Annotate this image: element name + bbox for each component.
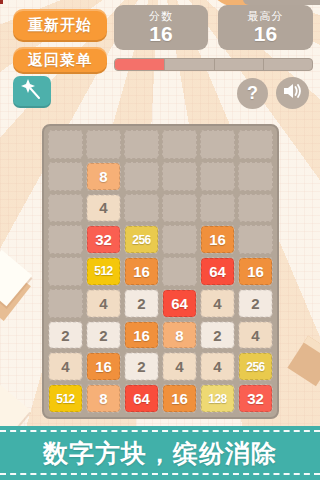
cell: 4 [162, 352, 197, 381]
cell: 8 [86, 162, 121, 191]
cell [124, 194, 159, 223]
speaker-icon [283, 82, 303, 105]
progress-bar [114, 58, 313, 71]
cell: 2 [124, 352, 159, 381]
tile-16: 16 [201, 226, 234, 253]
tile-16: 16 [125, 258, 158, 285]
cell: 512 [48, 384, 83, 413]
tile-4: 4 [201, 353, 234, 380]
restart-button[interactable]: 重新开始 [13, 9, 107, 42]
cell: 4 [86, 289, 121, 318]
tile-512: 512 [87, 258, 120, 285]
tile-4: 4 [49, 353, 82, 380]
cell: 2 [200, 321, 235, 350]
slogan-text: 数字方块，缤纷消除 [43, 437, 277, 470]
tile-64: 64 [201, 258, 234, 285]
tile-16: 16 [125, 322, 158, 349]
cell: 32 [86, 225, 121, 254]
cell: 8 [162, 321, 197, 350]
best-score-label: 最高分 [248, 10, 284, 22]
tile-2: 2 [125, 353, 158, 380]
help-button[interactable]: ? [237, 78, 268, 109]
tile-64: 64 [163, 290, 196, 317]
cell [48, 130, 83, 159]
score-label: 分数 [149, 10, 173, 22]
tile-2: 2 [201, 322, 234, 349]
tile-16: 16 [87, 353, 120, 380]
magic-wand-icon [20, 79, 44, 105]
tile-4: 4 [163, 353, 196, 380]
tile-128: 128 [201, 385, 234, 412]
cell: 64 [124, 384, 159, 413]
tile-64: 64 [125, 385, 158, 412]
score-panel: 分数 16 [114, 5, 208, 50]
tile-32: 32 [87, 226, 120, 253]
tile-4: 4 [201, 290, 234, 317]
tile-2: 2 [49, 322, 82, 349]
cell: 2 [124, 289, 159, 318]
cell [124, 130, 159, 159]
cell [162, 194, 197, 223]
cell: 2 [48, 321, 83, 350]
cell: 256 [124, 225, 159, 254]
cell [86, 130, 121, 159]
tile-2: 2 [87, 322, 120, 349]
progress-divider [263, 59, 264, 70]
cell: 16 [162, 384, 197, 413]
footer-banner: 数字方块，缤纷消除 [0, 426, 320, 480]
tile-256: 256 [125, 226, 158, 253]
cell [238, 130, 273, 159]
cell [238, 194, 273, 223]
sound-button[interactable] [276, 77, 309, 109]
cell [238, 225, 273, 254]
cell: 64 [162, 289, 197, 318]
tile-4: 4 [87, 290, 120, 317]
cell: 256 [238, 352, 273, 381]
tile-256: 256 [239, 353, 272, 380]
cell: 512 [86, 257, 121, 286]
tile-4: 4 [87, 195, 120, 222]
dashed-line [0, 430, 320, 432]
tile-8: 8 [87, 163, 120, 190]
cell [238, 162, 273, 191]
cell: 4 [200, 352, 235, 381]
question-mark-icon: ? [247, 83, 258, 104]
tile-32: 32 [239, 385, 272, 412]
best-score-value: 16 [254, 22, 277, 45]
progress-divider [164, 59, 165, 70]
cell: 16 [86, 352, 121, 381]
game-screen: 重新开始 返回菜单 分数 16 最高分 16 ? [0, 0, 320, 480]
cell [200, 162, 235, 191]
dashed-line [0, 473, 320, 475]
cell: 16 [124, 321, 159, 350]
cell: 2 [86, 321, 121, 350]
tile-8: 8 [163, 322, 196, 349]
cell [162, 225, 197, 254]
cell [162, 257, 197, 286]
cell: 64 [200, 257, 235, 286]
tile-512: 512 [49, 385, 82, 412]
tile-2: 2 [239, 290, 272, 317]
cell: 4 [86, 194, 121, 223]
cell: 2 [238, 289, 273, 318]
cell [200, 130, 235, 159]
cell: 16 [200, 225, 235, 254]
cell: 16 [124, 257, 159, 286]
cell [48, 162, 83, 191]
progress-divider [214, 59, 215, 70]
cell: 16 [238, 257, 273, 286]
tile-16: 16 [239, 258, 272, 285]
cell: 4 [200, 289, 235, 318]
back-to-menu-button[interactable]: 返回菜单 [13, 47, 107, 74]
magic-wand-button[interactable] [13, 76, 51, 108]
screen-edge-artifact [0, 0, 3, 4]
cell [48, 257, 83, 286]
cell [48, 289, 83, 318]
cell [200, 194, 235, 223]
board-grid[interactable]: 8432256165121664164264422216824416244256… [42, 124, 279, 419]
progress-fill [115, 59, 164, 70]
tile-8: 8 [87, 385, 120, 412]
tile-2: 2 [125, 290, 158, 317]
best-score-panel: 最高分 16 [218, 5, 313, 50]
tile-4: 4 [239, 322, 272, 349]
cell [124, 162, 159, 191]
cell: 8 [86, 384, 121, 413]
cell [162, 130, 197, 159]
cell: 4 [48, 352, 83, 381]
cell [48, 225, 83, 254]
cell: 32 [238, 384, 273, 413]
cell [162, 162, 197, 191]
cell: 128 [200, 384, 235, 413]
tile-16: 16 [163, 385, 196, 412]
cell [48, 194, 83, 223]
score-value: 16 [149, 22, 172, 45]
cell: 4 [238, 321, 273, 350]
